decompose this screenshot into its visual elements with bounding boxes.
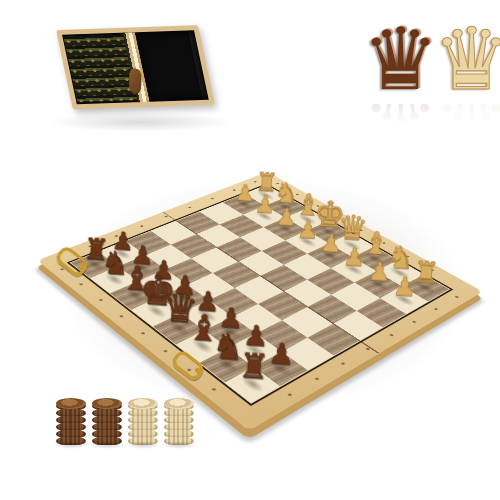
checker-stack-brown	[56, 398, 86, 445]
checker-disc	[92, 437, 122, 445]
walnut-queen-piece: ♛	[362, 16, 439, 102]
chess-piece-black-rook: ♜	[224, 348, 282, 386]
checker-disc	[164, 437, 194, 445]
checker-disc	[128, 437, 158, 445]
checker-stack-cream	[128, 398, 158, 445]
storage-box-frame	[56, 25, 215, 109]
chess-set-product-photo: ♛ ♛ ♛ ♛ ♜♞♝♚♛♝♞♜♟♟♟♟♟♟♟♟♟♟♟♟♟♟♟♟♜♞♝♚♛♝♞♜	[0, 0, 500, 500]
board-square-a2: ♟	[380, 285, 428, 313]
hero-walnut-queen-group: ♛ ♛	[362, 16, 439, 134]
hero-maple-queen-group: ♛ ♛	[433, 16, 500, 134]
checker-disc	[56, 437, 86, 445]
checker-stack-cream	[164, 398, 194, 445]
hero-pieces: ♛ ♛ ♛ ♛	[362, 16, 500, 134]
checker-stacks	[56, 398, 194, 445]
board-scene: ♜♞♝♚♛♝♞♜♟♟♟♟♟♟♟♟♟♟♟♟♟♟♟♟♜♞♝♚♛♝♞♜	[35, 118, 485, 433]
checker-top-face	[56, 398, 86, 409]
board-square-a8: ♜	[225, 366, 280, 402]
checker-top-face	[164, 398, 194, 409]
stored-loose-piece	[129, 68, 142, 95]
checker-top-face	[128, 398, 158, 409]
open-storage-box	[56, 25, 215, 109]
maple-queen-piece: ♛	[433, 16, 500, 102]
checker-top-face	[92, 398, 122, 409]
checker-stack-brown	[92, 398, 122, 445]
chess-piece-white-pawn: ♟	[379, 272, 430, 301]
